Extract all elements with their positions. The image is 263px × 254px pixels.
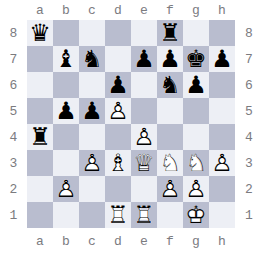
square-b7[interactable]: ♝ — [53, 46, 79, 72]
square-f6[interactable]: ♞ — [157, 72, 183, 98]
square-f2[interactable]: ♟♙ — [157, 176, 183, 202]
piece-glyph: ♟ — [209, 46, 235, 72]
square-g3[interactable]: ♞♘ — [183, 150, 209, 176]
chess-diagram: abcdefgh 87654321 ♛♜♝♞♟♟♚♟♟♞♟♟♟♟♙♜♟♙♟♙♝♗… — [0, 0, 263, 254]
piece-white-pawn-g2[interactable]: ♟♙ — [183, 176, 209, 202]
piece-black-king-g7[interactable]: ♚ — [183, 46, 209, 72]
piece-black-queen-a8[interactable]: ♛ — [27, 20, 53, 46]
file-label-b: b — [53, 0, 79, 20]
piece-white-pawn-h3[interactable]: ♟♙ — [209, 150, 235, 176]
square-f3[interactable]: ♞♘ — [157, 150, 183, 176]
piece-white-pawn-d5[interactable]: ♟♙ — [105, 98, 131, 124]
piece-white-knight-f3[interactable]: ♞♘ — [157, 150, 183, 176]
square-c5[interactable]: ♟ — [79, 98, 105, 124]
rank-label-3: 3 — [235, 150, 263, 176]
file-label-a: a — [27, 228, 53, 254]
piece-white-pawn-c3[interactable]: ♟♙ — [79, 150, 105, 176]
square-c4[interactable] — [79, 124, 105, 150]
rank-label-2: 2 — [0, 176, 27, 202]
rank-label-1: 1 — [235, 202, 263, 228]
square-b6[interactable] — [53, 72, 79, 98]
piece-glyph: ♟ — [131, 46, 157, 72]
piece-white-pawn-e4[interactable]: ♟♙ — [131, 124, 157, 150]
file-label-d: d — [105, 228, 131, 254]
square-e1[interactable]: ♜♖ — [131, 202, 157, 228]
square-d7[interactable] — [105, 46, 131, 72]
square-d8[interactable] — [105, 20, 131, 46]
square-e3[interactable]: ♛♕ — [131, 150, 157, 176]
square-d3[interactable]: ♝♗ — [105, 150, 131, 176]
piece-white-rook-e1[interactable]: ♜♖ — [131, 202, 157, 228]
square-c3[interactable]: ♟♙ — [79, 150, 105, 176]
piece-white-bishop-d3[interactable]: ♝♗ — [105, 150, 131, 176]
rank-label-8: 8 — [0, 20, 27, 46]
square-c8[interactable] — [79, 20, 105, 46]
piece-glyph: ♞ — [157, 72, 183, 98]
file-label-b: b — [53, 228, 79, 254]
piece-glyph-outline: ♘ — [157, 150, 183, 176]
piece-glyph: ♛ — [27, 20, 53, 46]
piece-white-rook-d1[interactable]: ♜♖ — [105, 202, 131, 228]
piece-glyph-outline: ♖ — [105, 202, 131, 228]
piece-white-knight-g3[interactable]: ♞♘ — [183, 150, 209, 176]
square-g8[interactable] — [183, 20, 209, 46]
rank-label-6: 6 — [235, 72, 263, 98]
piece-black-pawn-g6[interactable]: ♟ — [183, 72, 209, 98]
square-c2[interactable] — [79, 176, 105, 202]
square-g6[interactable]: ♟ — [183, 72, 209, 98]
square-g2[interactable]: ♟♙ — [183, 176, 209, 202]
square-c1[interactable] — [79, 202, 105, 228]
square-h2[interactable] — [209, 176, 235, 202]
piece-black-pawn-f7[interactable]: ♟ — [157, 46, 183, 72]
square-f7[interactable]: ♟ — [157, 46, 183, 72]
square-d4[interactable] — [105, 124, 131, 150]
rank-label-6: 6 — [0, 72, 27, 98]
file-label-e: e — [131, 0, 157, 20]
piece-glyph-outline: ♖ — [131, 202, 157, 228]
piece-black-knight-c7[interactable]: ♞ — [79, 46, 105, 72]
piece-glyph-outline: ♙ — [53, 176, 79, 202]
file-label-a: a — [27, 0, 53, 20]
piece-white-pawn-f2[interactable]: ♟♙ — [157, 176, 183, 202]
piece-black-rook-f8[interactable]: ♜ — [157, 20, 183, 46]
piece-glyph: ♟ — [105, 72, 131, 98]
piece-glyph-outline: ♙ — [209, 150, 235, 176]
square-d1[interactable]: ♜♖ — [105, 202, 131, 228]
file-label-c: c — [79, 0, 105, 20]
file-label-e: e — [131, 228, 157, 254]
rank-label-7: 7 — [0, 46, 27, 72]
square-e4[interactable]: ♟♙ — [131, 124, 157, 150]
rank-label-8: 8 — [235, 20, 263, 46]
square-e6[interactable] — [131, 72, 157, 98]
square-a7[interactable] — [27, 46, 53, 72]
rank-label-4: 4 — [0, 124, 27, 150]
rank-label-4: 4 — [235, 124, 263, 150]
square-b5[interactable]: ♟ — [53, 98, 79, 124]
file-label-d: d — [105, 0, 131, 20]
square-e8[interactable] — [131, 20, 157, 46]
piece-glyph-outline: ♙ — [183, 176, 209, 202]
piece-black-pawn-h7[interactable]: ♟ — [209, 46, 235, 72]
piece-black-pawn-b5[interactable]: ♟ — [53, 98, 79, 124]
square-f4[interactable] — [157, 124, 183, 150]
piece-black-knight-f6[interactable]: ♞ — [157, 72, 183, 98]
rank-labels-right: 87654321 — [235, 20, 263, 228]
rank-label-3: 3 — [0, 150, 27, 176]
square-b8[interactable] — [53, 20, 79, 46]
square-g5[interactable] — [183, 98, 209, 124]
piece-black-bishop-b7[interactable]: ♝ — [53, 46, 79, 72]
square-a4[interactable]: ♜ — [27, 124, 53, 150]
square-e7[interactable]: ♟ — [131, 46, 157, 72]
square-f5[interactable] — [157, 98, 183, 124]
file-labels-top: abcdefgh — [27, 0, 235, 20]
square-g4[interactable] — [183, 124, 209, 150]
piece-glyph: ♚ — [183, 46, 209, 72]
rank-label-5: 5 — [0, 98, 27, 124]
square-e5[interactable] — [131, 98, 157, 124]
square-c6[interactable] — [79, 72, 105, 98]
rank-label-7: 7 — [235, 46, 263, 72]
square-h4[interactable] — [209, 124, 235, 150]
piece-glyph: ♟ — [79, 98, 105, 124]
piece-black-pawn-c5[interactable]: ♟ — [79, 98, 105, 124]
file-labels-bottom: abcdefgh — [27, 228, 235, 254]
piece-white-queen-e3[interactable]: ♛♕ — [131, 150, 157, 176]
file-label-h: h — [209, 0, 235, 20]
piece-glyph: ♜ — [27, 124, 53, 150]
square-c7[interactable]: ♞ — [79, 46, 105, 72]
square-a1[interactable] — [27, 202, 53, 228]
square-h8[interactable] — [209, 20, 235, 46]
square-a2[interactable] — [27, 176, 53, 202]
piece-glyph: ♜ — [157, 20, 183, 46]
square-a3[interactable] — [27, 150, 53, 176]
piece-glyph-outline: ♗ — [105, 150, 131, 176]
square-g7[interactable]: ♚ — [183, 46, 209, 72]
square-f8[interactable]: ♜ — [157, 20, 183, 46]
rank-labels-left: 87654321 — [0, 20, 27, 228]
piece-glyph-outline: ♘ — [183, 150, 209, 176]
piece-glyph: ♝ — [53, 46, 79, 72]
square-a6[interactable] — [27, 72, 53, 98]
chess-board: ♛♜♝♞♟♟♚♟♟♞♟♟♟♟♙♜♟♙♟♙♝♗♛♕♞♘♞♘♟♙♟♙♟♙♟♙♜♖♜♖… — [27, 20, 235, 228]
file-label-c: c — [79, 228, 105, 254]
rank-label-5: 5 — [235, 98, 263, 124]
piece-glyph-outline: ♔ — [183, 202, 209, 228]
square-h6[interactable] — [209, 72, 235, 98]
square-f1[interactable] — [157, 202, 183, 228]
piece-glyph-outline: ♙ — [131, 124, 157, 150]
file-label-g: g — [183, 228, 209, 254]
piece-glyph: ♟ — [53, 98, 79, 124]
piece-glyph-outline: ♙ — [79, 150, 105, 176]
file-label-f: f — [157, 228, 183, 254]
piece-glyph: ♞ — [79, 46, 105, 72]
file-label-f: f — [157, 0, 183, 20]
square-b3[interactable] — [53, 150, 79, 176]
square-h5[interactable] — [209, 98, 235, 124]
piece-glyph: ♟ — [183, 72, 209, 98]
square-e2[interactable] — [131, 176, 157, 202]
square-h7[interactable]: ♟ — [209, 46, 235, 72]
piece-black-rook-a4[interactable]: ♜ — [27, 124, 53, 150]
square-g1[interactable]: ♚♔ — [183, 202, 209, 228]
file-label-h: h — [209, 228, 235, 254]
piece-black-pawn-e7[interactable]: ♟ — [131, 46, 157, 72]
square-d2[interactable] — [105, 176, 131, 202]
square-b2[interactable]: ♟♙ — [53, 176, 79, 202]
piece-white-king-g1[interactable]: ♚♔ — [183, 202, 209, 228]
square-d6[interactable]: ♟ — [105, 72, 131, 98]
square-d5[interactable]: ♟♙ — [105, 98, 131, 124]
piece-glyph-outline: ♕ — [131, 150, 157, 176]
piece-white-pawn-b2[interactable]: ♟♙ — [53, 176, 79, 202]
rank-label-2: 2 — [235, 176, 263, 202]
square-a8[interactable]: ♛ — [27, 20, 53, 46]
rank-label-1: 1 — [0, 202, 27, 228]
piece-glyph-outline: ♙ — [157, 176, 183, 202]
piece-glyph-outline: ♙ — [105, 98, 131, 124]
square-a5[interactable] — [27, 98, 53, 124]
square-b4[interactable] — [53, 124, 79, 150]
piece-black-pawn-d6[interactable]: ♟ — [105, 72, 131, 98]
square-h3[interactable]: ♟♙ — [209, 150, 235, 176]
file-label-g: g — [183, 0, 209, 20]
piece-glyph: ♟ — [157, 46, 183, 72]
square-b1[interactable] — [53, 202, 79, 228]
square-h1[interactable] — [209, 202, 235, 228]
